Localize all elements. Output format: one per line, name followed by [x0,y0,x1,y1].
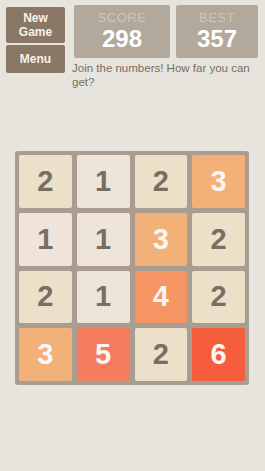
tile: 3 [192,155,245,208]
tile: 6 [192,328,245,381]
tile: 3 [19,328,72,381]
subtitle-text: Join the numbers! How far you can get? [72,61,262,89]
game-board[interactable]: 2123113221423526 [15,151,249,385]
tile: 1 [77,155,130,208]
tile: 1 [77,213,130,266]
score-box: SCORE 298 [74,5,170,58]
tile: 3 [135,213,188,266]
best-box: BEST 357 [176,5,258,58]
tile: 2 [19,155,72,208]
score-value: 298 [102,25,142,53]
tile: 5 [77,328,130,381]
tile: 2 [19,271,72,324]
tile: 2 [192,271,245,324]
best-value: 357 [197,25,237,53]
menu-button[interactable]: Menu [6,45,65,73]
new-game-button[interactable]: New Game [6,7,65,43]
tile: 4 [135,271,188,324]
tile: 2 [135,328,188,381]
score-label: SCORE [98,10,147,25]
tile: 2 [192,213,245,266]
tile: 1 [77,271,130,324]
best-label: BEST [199,10,235,25]
tile: 1 [19,213,72,266]
tile: 2 [135,155,188,208]
